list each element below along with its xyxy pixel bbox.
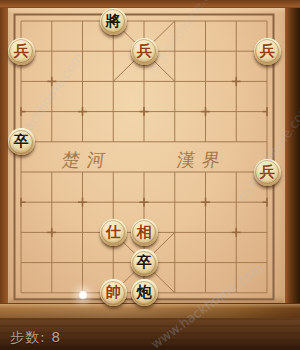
pieces-layer: 將兵兵兵卒兵仕相卒帥炮 (0, 0, 300, 350)
piece-black-soldier[interactable]: 卒 (131, 249, 158, 276)
xiangqi-game-screen: 楚河 漢界 將兵兵兵卒兵仕相卒帥炮 步数: 8 m.hackhome.com m… (0, 0, 300, 350)
piece-red-soldier[interactable]: 兵 (131, 38, 158, 65)
piece-red-general[interactable]: 帥 (100, 279, 127, 306)
piece-black-general[interactable]: 將 (100, 8, 127, 35)
piece-red-elephant[interactable]: 相 (131, 219, 158, 246)
piece-red-soldier[interactable]: 兵 (254, 159, 281, 186)
piece-red-soldier[interactable]: 兵 (254, 38, 281, 65)
piece-black-cannon[interactable]: 炮 (131, 279, 158, 306)
piece-red-soldier[interactable]: 兵 (8, 38, 35, 65)
piece-red-advisor[interactable]: 仕 (100, 219, 127, 246)
piece-black-soldier[interactable]: 卒 (8, 128, 35, 155)
